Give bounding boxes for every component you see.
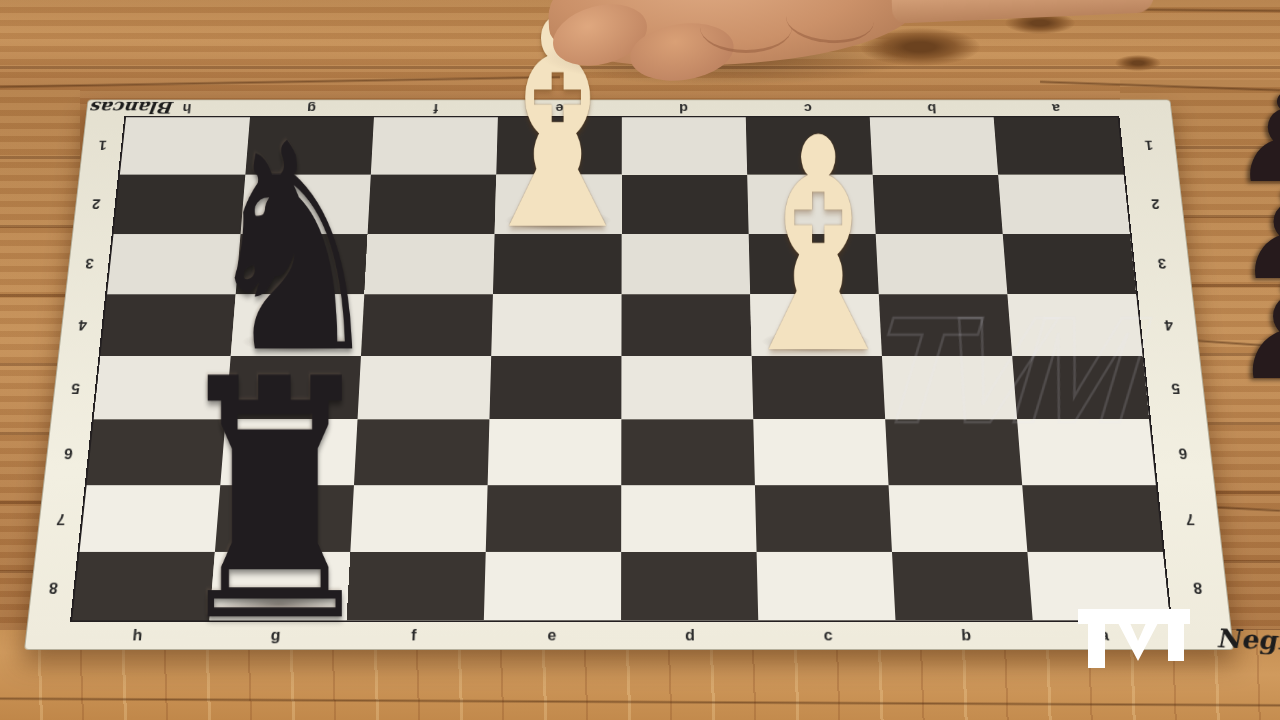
coord-label-5: 5 — [52, 356, 99, 420]
coord-label-7: 7 — [1158, 486, 1222, 553]
coord-label-7: 7 — [36, 486, 84, 553]
coord-label-2: 2 — [73, 174, 118, 233]
tv-frame: Blancas Negras hgfedcba hgfedcba 1234567… — [0, 0, 1280, 720]
coord-label-4: 4 — [1138, 294, 1199, 356]
coord-label-5: 5 — [1144, 356, 1206, 420]
square-d8 — [621, 552, 758, 621]
coord-label-6: 6 — [44, 420, 92, 486]
square-a1 — [994, 117, 1124, 174]
square-a7 — [1022, 485, 1163, 552]
square-d6 — [621, 420, 755, 485]
square-c7 — [755, 485, 892, 552]
square-b8 — [892, 552, 1033, 621]
coord-label-d: d — [621, 622, 759, 649]
hand-crease — [700, 2, 792, 53]
coord-label-4: 4 — [59, 294, 105, 356]
square-c4: ♝ — [750, 294, 882, 356]
coord-label-a: a — [994, 100, 1120, 115]
captured-tray: ♟♟♟ — [1232, 60, 1280, 390]
coord-label-1: 1 — [80, 116, 124, 174]
square-e4 — [491, 294, 621, 356]
square-a2 — [998, 175, 1130, 234]
black-rook-g8: ♜ — [168, 336, 382, 667]
coord-label-3: 3 — [1131, 233, 1191, 294]
coord-label-1: 1 — [1119, 116, 1178, 174]
coord-label-3: 3 — [66, 233, 112, 294]
square-g8: ♜ — [209, 552, 350, 621]
coord-label-2: 2 — [1125, 174, 1185, 233]
tv-watermark: TVM — [865, 282, 1127, 457]
square-e5 — [489, 356, 621, 420]
square-e6 — [488, 420, 622, 485]
coord-label-e: e — [483, 622, 622, 649]
coord-label-6: 6 — [1151, 420, 1214, 486]
square-d7 — [621, 485, 756, 552]
square-c8 — [757, 552, 896, 621]
captured-black-piece: ♟ — [1232, 260, 1280, 400]
black-side-label: Negras — [1215, 623, 1280, 656]
square-e7 — [486, 485, 622, 552]
square-e2: ♝ — [495, 175, 622, 234]
tv-channel-logo — [1072, 597, 1198, 675]
square-e8 — [484, 552, 621, 621]
wood-knot — [1115, 55, 1161, 71]
coord-label-c: c — [759, 622, 898, 649]
coord-label-b: b — [897, 622, 1037, 649]
square-b7 — [889, 485, 1028, 552]
